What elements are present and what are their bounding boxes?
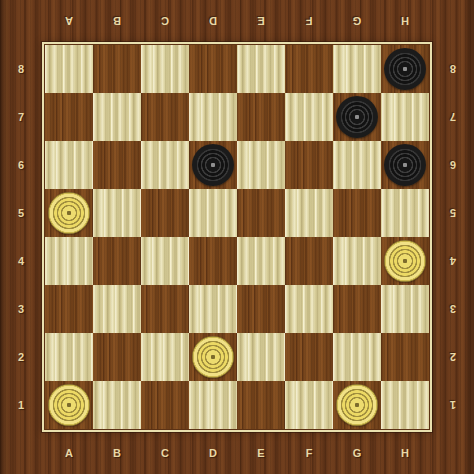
coord-label-1: 1 [432, 381, 474, 429]
square-e6[interactable] [237, 141, 285, 189]
square-d3[interactable] [189, 285, 237, 333]
square-b3[interactable] [93, 285, 141, 333]
rank-labels-right: 87654321 [432, 45, 474, 429]
square-h7[interactable] [381, 93, 429, 141]
square-b4[interactable] [93, 237, 141, 285]
square-e2[interactable] [237, 333, 285, 381]
square-g6[interactable] [333, 141, 381, 189]
square-g5[interactable] [333, 189, 381, 237]
square-e3[interactable] [237, 285, 285, 333]
square-a4[interactable] [45, 237, 93, 285]
square-d1[interactable] [189, 381, 237, 429]
square-g2[interactable] [333, 333, 381, 381]
coord-label-f: F [285, 0, 333, 42]
square-d8[interactable] [189, 45, 237, 93]
white-man-a5[interactable] [48, 192, 90, 234]
black-man-d6[interactable] [192, 144, 234, 186]
square-d4[interactable] [189, 237, 237, 285]
square-f3[interactable] [285, 285, 333, 333]
coord-label-7: 7 [0, 93, 42, 141]
coord-label-e: E [237, 432, 285, 474]
white-man-a1[interactable] [48, 384, 90, 426]
square-h2[interactable] [381, 333, 429, 381]
square-e4[interactable] [237, 237, 285, 285]
coord-label-4: 4 [432, 237, 474, 285]
square-f5[interactable] [285, 189, 333, 237]
square-f6[interactable] [285, 141, 333, 189]
square-d7[interactable] [189, 93, 237, 141]
square-a7[interactable] [45, 93, 93, 141]
square-c3[interactable] [141, 285, 189, 333]
square-d5[interactable] [189, 189, 237, 237]
white-man-g1[interactable] [336, 384, 378, 426]
coord-label-7: 7 [432, 93, 474, 141]
square-e5[interactable] [237, 189, 285, 237]
square-a6[interactable] [45, 141, 93, 189]
coord-label-d: D [189, 432, 237, 474]
coord-label-2: 2 [0, 333, 42, 381]
square-f7[interactable] [285, 93, 333, 141]
square-c8[interactable] [141, 45, 189, 93]
coord-label-c: C [141, 0, 189, 42]
square-a2[interactable] [45, 333, 93, 381]
square-b1[interactable] [93, 381, 141, 429]
coord-label-e: E [237, 0, 285, 42]
square-f4[interactable] [285, 237, 333, 285]
coord-label-f: F [285, 432, 333, 474]
black-man-h8[interactable] [384, 48, 426, 90]
square-b5[interactable] [93, 189, 141, 237]
square-h3[interactable] [381, 285, 429, 333]
square-c4[interactable] [141, 237, 189, 285]
square-c2[interactable] [141, 333, 189, 381]
board-frame-border [42, 42, 432, 432]
coord-label-1: 1 [0, 381, 42, 429]
square-d2[interactable] [189, 333, 237, 381]
square-h5[interactable] [381, 189, 429, 237]
coord-label-5: 5 [0, 189, 42, 237]
coord-label-8: 8 [0, 45, 42, 93]
square-d6[interactable] [189, 141, 237, 189]
square-g8[interactable] [333, 45, 381, 93]
square-a8[interactable] [45, 45, 93, 93]
coord-label-4: 4 [0, 237, 42, 285]
file-labels-top: ABCDEFGH [45, 0, 429, 42]
coord-label-2: 2 [432, 333, 474, 381]
square-e1[interactable] [237, 381, 285, 429]
square-h6[interactable] [381, 141, 429, 189]
square-h8[interactable] [381, 45, 429, 93]
square-b7[interactable] [93, 93, 141, 141]
file-labels-bottom: ABCDEFGH [45, 432, 429, 474]
square-c6[interactable] [141, 141, 189, 189]
coord-label-6: 6 [0, 141, 42, 189]
black-man-g7[interactable] [336, 96, 378, 138]
coord-label-h: H [381, 432, 429, 474]
square-e8[interactable] [237, 45, 285, 93]
square-b2[interactable] [93, 333, 141, 381]
square-f8[interactable] [285, 45, 333, 93]
coord-label-5: 5 [432, 189, 474, 237]
rank-labels-left: 87654321 [0, 45, 42, 429]
coord-label-a: A [45, 432, 93, 474]
white-man-h4[interactable] [384, 240, 426, 282]
square-a1[interactable] [45, 381, 93, 429]
coord-label-h: H [381, 0, 429, 42]
square-b6[interactable] [93, 141, 141, 189]
square-b8[interactable] [93, 45, 141, 93]
checkers-board-scene: ABCDEFGH ABCDEFGH 87654321 87654321 [0, 0, 474, 474]
square-g7[interactable] [333, 93, 381, 141]
coord-label-b: B [93, 432, 141, 474]
coord-label-6: 6 [432, 141, 474, 189]
square-g4[interactable] [333, 237, 381, 285]
square-a5[interactable] [45, 189, 93, 237]
square-h1[interactable] [381, 381, 429, 429]
square-c1[interactable] [141, 381, 189, 429]
square-c7[interactable] [141, 93, 189, 141]
coord-label-3: 3 [432, 285, 474, 333]
square-h4[interactable] [381, 237, 429, 285]
square-f2[interactable] [285, 333, 333, 381]
coord-label-c: C [141, 432, 189, 474]
square-g1[interactable] [333, 381, 381, 429]
square-a3[interactable] [45, 285, 93, 333]
coord-label-8: 8 [432, 45, 474, 93]
square-f1[interactable] [285, 381, 333, 429]
coord-label-a: A [45, 0, 93, 42]
square-g3[interactable] [333, 285, 381, 333]
coord-label-g: G [333, 432, 381, 474]
white-man-d2[interactable] [192, 336, 234, 378]
coord-label-b: B [93, 0, 141, 42]
board [45, 45, 429, 429]
square-c5[interactable] [141, 189, 189, 237]
square-e7[interactable] [237, 93, 285, 141]
black-man-h6[interactable] [384, 144, 426, 186]
coord-label-g: G [333, 0, 381, 42]
coord-label-d: D [189, 0, 237, 42]
coord-label-3: 3 [0, 285, 42, 333]
